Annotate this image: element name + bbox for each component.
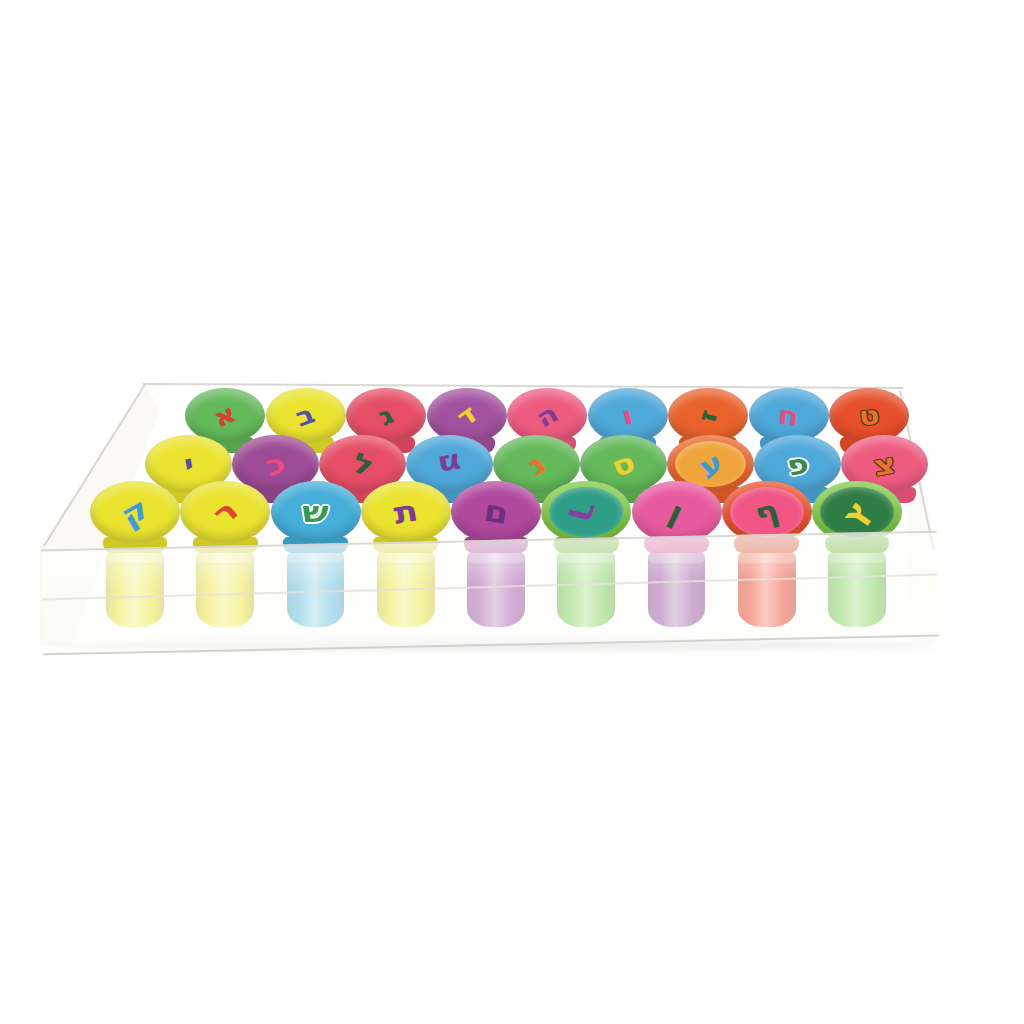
hebrew-letter-nun: נ xyxy=(522,448,550,479)
stamp-cap: ש xyxy=(271,481,361,543)
hebrew-letter-final-nun: ן xyxy=(665,496,688,528)
hebrew-letter-he: ה xyxy=(532,399,562,431)
hebrew-letter-final-mem: ם xyxy=(481,495,510,528)
hebrew-letter-vav: ו xyxy=(619,402,635,429)
stamp-box-scene: אבגדהוזחטיכלמנסעפצקרשתםךןףץ xyxy=(40,378,970,668)
stamp-cap: ך xyxy=(541,481,631,543)
hebrew-letter-samekh: ס xyxy=(608,447,639,481)
stamp-cap: ת xyxy=(361,481,451,543)
stamp-cap: ם xyxy=(451,481,541,543)
hebrew-letter-tet: ט xyxy=(858,402,881,429)
hebrew-letter-bet: ב xyxy=(293,401,319,431)
hebrew-letter-qof: ק xyxy=(116,493,153,531)
stamp-cap: ק xyxy=(90,481,180,543)
hebrew-letter-tav: ת xyxy=(391,495,420,528)
hebrew-letter-het: ח xyxy=(777,402,800,429)
product-photo-canvas: אבגדהוזחטיכלמנסעפצקרשתםךןףץ xyxy=(0,0,1024,1024)
hebrew-letter-gimel: ג xyxy=(375,401,398,430)
stamp-cap: ר xyxy=(180,481,270,543)
hebrew-letter-alef: א xyxy=(210,399,240,431)
plastic-box-front-panel xyxy=(41,531,939,656)
hebrew-letter-dalet: ד xyxy=(452,400,481,431)
hebrew-letter-kaf: כ xyxy=(263,448,288,480)
hebrew-letter-resh: ר xyxy=(208,494,243,530)
hebrew-letter-pe: פ xyxy=(784,448,810,479)
hebrew-letter-lamed: ל xyxy=(348,448,376,481)
hebrew-letter-yod: י xyxy=(181,450,195,479)
hebrew-letter-tsadi: צ xyxy=(871,448,897,479)
hebrew-letter-zayin: ז xyxy=(694,406,721,424)
hebrew-letter-mem: מ xyxy=(435,448,463,479)
hebrew-letter-shin: ש xyxy=(302,497,329,526)
stamp-cap: ן xyxy=(632,481,722,543)
